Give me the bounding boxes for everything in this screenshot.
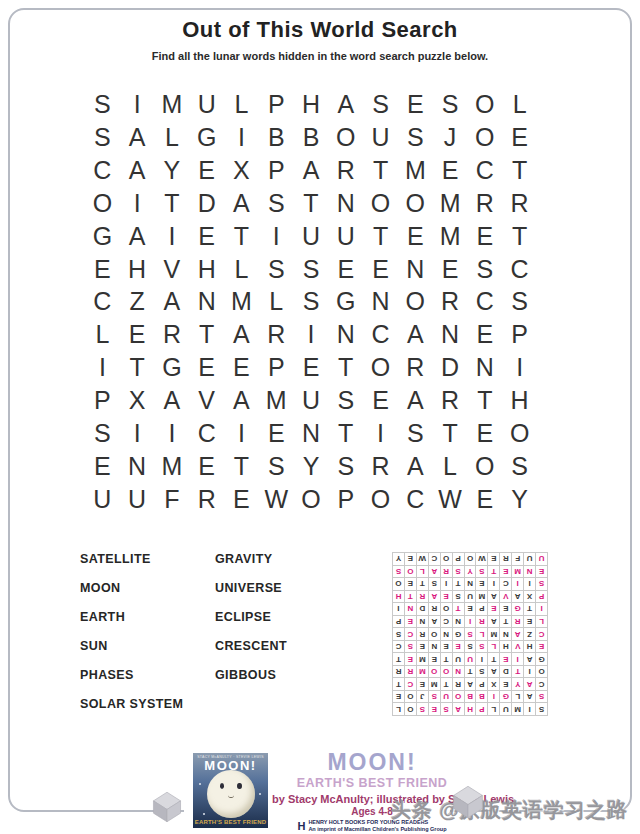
- grid-cell: S: [433, 88, 468, 121]
- grid-cell: E: [467, 220, 502, 253]
- grid-cell: T: [328, 417, 363, 450]
- grid-cell: E: [85, 450, 120, 483]
- answer-key-cell: B: [475, 690, 487, 703]
- answer-key-cell: T: [523, 602, 535, 615]
- answer-key-cell: P: [535, 590, 547, 603]
- grid-cell: E: [120, 318, 155, 351]
- word-item: MOON: [80, 581, 183, 610]
- answer-key-cell: N: [416, 615, 428, 628]
- answer-key-cell: I: [511, 652, 523, 665]
- grid-cell: E: [189, 351, 224, 384]
- answer-key-cell: C: [535, 677, 547, 690]
- word-item: ECLIPSE: [215, 610, 287, 639]
- grid-cell: T: [224, 450, 259, 483]
- grid-cell: A: [155, 286, 190, 319]
- grid-cell: E: [502, 121, 537, 154]
- answer-key-cell: I: [487, 690, 499, 703]
- grid-cell: T: [294, 187, 329, 220]
- answer-key-cell: N: [464, 577, 476, 590]
- answer-key-cell: L: [487, 640, 499, 653]
- answer-key-cell: O: [392, 577, 404, 590]
- answer-key-cell: S: [440, 702, 452, 715]
- grid-cell: E: [467, 318, 502, 351]
- answer-key-cell: U: [535, 552, 547, 565]
- answer-key-cell: C: [428, 552, 440, 565]
- grid-cell: I: [120, 417, 155, 450]
- answer-key-cell: S: [392, 627, 404, 640]
- grid-cell: I: [120, 88, 155, 121]
- grid-cell: S: [85, 88, 120, 121]
- answer-key-cell: L: [487, 702, 499, 715]
- answer-key-cell: Y: [392, 552, 404, 565]
- grid-cell: C: [467, 286, 502, 319]
- word-item: GRAVITY: [215, 552, 287, 581]
- answer-key-cell: O: [428, 627, 440, 640]
- grid-cell: A: [155, 384, 190, 417]
- answer-key-cell: I: [464, 615, 476, 628]
- answer-key-cell: L: [535, 615, 547, 628]
- grid-cell: L: [224, 88, 259, 121]
- answer-key-cell: R: [452, 677, 464, 690]
- answer-key-cell: L: [511, 690, 523, 703]
- answer-key-cell: E: [487, 602, 499, 615]
- answer-key-cell: A: [523, 690, 535, 703]
- answer-key-cell: A: [511, 590, 523, 603]
- grid-cell: H: [294, 88, 329, 121]
- grid-cell: P: [502, 318, 537, 351]
- grid-cell: I: [85, 351, 120, 384]
- book-title: MOON!: [272, 751, 472, 774]
- grid-cell: R: [467, 187, 502, 220]
- grid-cell: O: [467, 88, 502, 121]
- grid-cell: A: [120, 220, 155, 253]
- answer-key-cell: O: [404, 690, 416, 703]
- grid-cell: W: [259, 483, 294, 516]
- answer-key-cell: E: [440, 590, 452, 603]
- answer-key-cell: A: [452, 702, 464, 715]
- answer-key-cell: T: [404, 590, 416, 603]
- answer-key-cell: T: [452, 602, 464, 615]
- answer-key-cell: E: [464, 602, 476, 615]
- grid-cell: A: [120, 121, 155, 154]
- answer-key-cell: A: [487, 615, 499, 628]
- grid-cell: G: [189, 121, 224, 154]
- grid-cell: R: [155, 318, 190, 351]
- answer-key-cell: O: [440, 602, 452, 615]
- answer-key-cell: E: [440, 640, 452, 653]
- answer-key-cell: F: [511, 552, 523, 565]
- grid-cell: N: [189, 286, 224, 319]
- grid-cell: E: [259, 417, 294, 450]
- answer-key-cell: R: [511, 615, 523, 628]
- worksheet-page: Out of This World Search Find all the lu…: [0, 0, 640, 834]
- grid-cell: E: [85, 253, 120, 286]
- answer-key-cell: C: [535, 627, 547, 640]
- answer-key-cell: U: [440, 690, 452, 703]
- grid-cell: I: [224, 417, 259, 450]
- word-item: GIBBOUS: [215, 668, 287, 697]
- answer-key-cell: H: [464, 702, 476, 715]
- answer-key-cell: O: [440, 552, 452, 565]
- grid-cell: U: [363, 121, 398, 154]
- watermark: 头条 @原版英语学习之路: [391, 797, 628, 824]
- answer-key-cell: C: [499, 577, 511, 590]
- answer-key-cell: E: [428, 702, 440, 715]
- answer-key-cell: E: [499, 565, 511, 578]
- grid-cell: E: [363, 384, 398, 417]
- grid-cell: U: [120, 483, 155, 516]
- answer-key-cell: A: [523, 677, 535, 690]
- answer-key-cell: E: [499, 677, 511, 690]
- grid-cell: C: [467, 154, 502, 187]
- grid-cell: R: [433, 286, 468, 319]
- grid-cell: S: [363, 88, 398, 121]
- answer-key-cell: U: [464, 652, 476, 665]
- grid-cell: R: [363, 450, 398, 483]
- answer-key-cell: N: [452, 665, 464, 678]
- grid-cell: I: [155, 417, 190, 450]
- grid-cell: T: [120, 351, 155, 384]
- grid-cell: A: [398, 450, 433, 483]
- answer-key-cell: V: [499, 590, 511, 603]
- answer-key-cell: R: [428, 602, 440, 615]
- answer-key-cell: R: [392, 665, 404, 678]
- answer-key-cell: E: [499, 602, 511, 615]
- grid-cell: R: [398, 351, 433, 384]
- answer-key-cell: D: [416, 602, 428, 615]
- grid-cell: R: [189, 483, 224, 516]
- grid-cell: I: [363, 417, 398, 450]
- moon-illustration: [207, 770, 255, 818]
- answer-key-cell: Z: [523, 627, 535, 640]
- grid-cell: S: [85, 121, 120, 154]
- grid-cell: R: [502, 187, 537, 220]
- answer-key-cell: U: [499, 702, 511, 715]
- grid-cell: T: [502, 154, 537, 187]
- grid-cell: C: [85, 286, 120, 319]
- grid-cell: S: [398, 417, 433, 450]
- answer-key-cell: E: [535, 640, 547, 653]
- grid-cell: J: [433, 121, 468, 154]
- answer-key-cell: A: [428, 565, 440, 578]
- grid-cell: C: [398, 483, 433, 516]
- answer-key-cell: Y: [511, 677, 523, 690]
- grid-cell: A: [120, 154, 155, 187]
- cube-handle-icon: [152, 791, 182, 823]
- word-list-column-1: SATELLITEMOONEARTHSUNPHASESSOLAR SYSTEM: [80, 552, 183, 726]
- grid-cell: H: [189, 253, 224, 286]
- grid-cell: I: [259, 220, 294, 253]
- publisher-line-2: An imprint of Macmillan Children's Publi…: [308, 826, 446, 832]
- answer-key-cell: N: [428, 640, 440, 653]
- word-item: SUN: [80, 639, 183, 668]
- answer-key-cell: T: [499, 615, 511, 628]
- answer-key-cell: I: [523, 702, 535, 715]
- grid-cell: S: [328, 450, 363, 483]
- answer-key-cell: H: [392, 590, 404, 603]
- grid-cell: H: [120, 253, 155, 286]
- answer-key-cell: S: [535, 702, 547, 715]
- answer-key-cell: C: [440, 615, 452, 628]
- star-icon: [203, 813, 205, 815]
- answer-key-cell: U: [452, 652, 464, 665]
- answer-key-cell: A: [523, 652, 535, 665]
- grid-cell: T: [189, 318, 224, 351]
- grid-cell: M: [259, 384, 294, 417]
- grid-cell: F: [155, 483, 190, 516]
- answer-key-cell: G: [511, 602, 523, 615]
- publisher-logo: H: [297, 820, 305, 832]
- book-cover-subtitle: EARTH'S BEST FRIEND: [193, 819, 268, 825]
- grid-cell: T: [363, 154, 398, 187]
- word-list-column-2: GRAVITYUNIVERSEECLIPSECRESCENTGIBBOUS: [215, 552, 287, 697]
- star-icon: [259, 793, 261, 795]
- grid-cell: S: [259, 187, 294, 220]
- answer-key-cell: R: [440, 565, 452, 578]
- answer-key-cell: I: [440, 577, 452, 590]
- answer-key-cell: M: [416, 652, 428, 665]
- answer-key-cell: N: [440, 627, 452, 640]
- grid-cell: E: [294, 351, 329, 384]
- grid-cell: E: [433, 154, 468, 187]
- answer-key-cell: A: [487, 665, 499, 678]
- word-search-grid: SIMULPHASESOLSALGIBBOUSJOECAYEXPARTMECTO…: [85, 88, 537, 516]
- grid-cell: T: [433, 417, 468, 450]
- answer-key-cell: X: [523, 590, 535, 603]
- answer-key-cell: Y: [464, 565, 476, 578]
- answer-key-cell: R: [499, 552, 511, 565]
- grid-cell: L: [85, 318, 120, 351]
- grid-cell: A: [328, 88, 363, 121]
- grid-cell: U: [189, 88, 224, 121]
- grid-cell: O: [294, 483, 329, 516]
- grid-cell: P: [259, 351, 294, 384]
- answer-key-grid: SIMULPHASESOLSALGIBBOUSJOECAYEXPARTMECTO…: [392, 552, 548, 716]
- answer-key-cell: O: [428, 665, 440, 678]
- grid-cell: U: [85, 483, 120, 516]
- page-subtitle: Find all the lunar words hidden in the w…: [0, 50, 640, 62]
- answer-key-cell: O: [452, 690, 464, 703]
- answer-key-cell: E: [475, 577, 487, 590]
- grid-cell: N: [328, 318, 363, 351]
- grid-cell: M: [155, 450, 190, 483]
- grid-cell: M: [398, 154, 433, 187]
- grid-cell: Y: [502, 483, 537, 516]
- answer-key-cell: O: [404, 565, 416, 578]
- answer-key-cell: W: [475, 552, 487, 565]
- answer-key-cell: I: [475, 652, 487, 665]
- grid-cell: N: [294, 417, 329, 450]
- grid-cell: O: [328, 121, 363, 154]
- answer-key-cell: I: [535, 602, 547, 615]
- star-icon: [199, 783, 201, 785]
- answer-key-cell: A: [428, 615, 440, 628]
- grid-cell: T: [155, 187, 190, 220]
- answer-key-cell: N: [452, 615, 464, 628]
- grid-cell: M: [224, 286, 259, 319]
- answer-key-cell: S: [428, 690, 440, 703]
- grid-cell: A: [224, 384, 259, 417]
- answer-key-cell: E: [404, 577, 416, 590]
- answer-key-cell: P: [392, 615, 404, 628]
- answer-key-cell: R: [416, 590, 428, 603]
- grid-cell: L: [502, 88, 537, 121]
- answer-key-cell: E: [404, 615, 416, 628]
- word-item: SOLAR SYSTEM: [80, 697, 183, 726]
- answer-key-cell: L: [416, 565, 428, 578]
- answer-key-cell: C: [392, 640, 404, 653]
- grid-cell: A: [294, 154, 329, 187]
- grid-cell: M: [155, 88, 190, 121]
- grid-cell: I: [502, 351, 537, 384]
- grid-cell: E: [189, 450, 224, 483]
- word-item: PHASES: [80, 668, 183, 697]
- grid-cell: O: [398, 286, 433, 319]
- answer-key-cell: L: [475, 627, 487, 640]
- answer-key-cell: N: [523, 565, 535, 578]
- answer-key-cell: E: [535, 565, 547, 578]
- grid-cell: B: [259, 121, 294, 154]
- answer-key-cell: M: [416, 665, 428, 678]
- answer-key-cell: B: [464, 690, 476, 703]
- answer-key-cell: I: [523, 665, 535, 678]
- page-title: Out of This World Search: [0, 17, 640, 43]
- grid-cell: L: [155, 121, 190, 154]
- grid-cell: E: [398, 88, 433, 121]
- answer-key-cell: E: [523, 615, 535, 628]
- answer-key-cell: E: [416, 640, 428, 653]
- answer-key-cell: S: [535, 577, 547, 590]
- grid-cell: S: [259, 450, 294, 483]
- answer-key-cell: S: [475, 565, 487, 578]
- grid-cell: N: [120, 450, 155, 483]
- grid-cell: U: [328, 220, 363, 253]
- answer-key-cell: E: [499, 652, 511, 665]
- grid-cell: T: [467, 384, 502, 417]
- answer-key-cell: L: [392, 702, 404, 715]
- grid-cell: E: [189, 220, 224, 253]
- grid-cell: E: [224, 351, 259, 384]
- book-cover: STACY McANULTY · STEVIE LEWIS MOON! EART…: [193, 753, 268, 828]
- grid-cell: S: [502, 286, 537, 319]
- grid-cell: W: [433, 483, 468, 516]
- answer-key-cell: S: [452, 565, 464, 578]
- grid-cell: C: [502, 253, 537, 286]
- grid-cell: N: [328, 187, 363, 220]
- grid-cell: E: [467, 483, 502, 516]
- answer-key-cell: S: [428, 577, 440, 590]
- grid-cell: V: [155, 253, 190, 286]
- answer-key-cell: T: [392, 677, 404, 690]
- grid-cell: S: [294, 253, 329, 286]
- answer-key-cell: A: [487, 590, 499, 603]
- answer-key-cell: U: [523, 552, 535, 565]
- answer-key-cell: W: [416, 552, 428, 565]
- answer-key-cell: S: [404, 640, 416, 653]
- grid-cell: O: [363, 483, 398, 516]
- answer-key-cell: D: [499, 665, 511, 678]
- grid-cell: C: [363, 318, 398, 351]
- grid-cell: O: [398, 187, 433, 220]
- grid-cell: T: [328, 351, 363, 384]
- grid-cell: O: [363, 187, 398, 220]
- answer-key: SIMULPHASESOLSALGIBBOUSJOECAYEXPARTMECTO…: [392, 552, 548, 716]
- moon-eye-icon: [220, 783, 225, 789]
- answer-key-cell: M: [511, 565, 523, 578]
- moon-smile-icon: [228, 794, 234, 798]
- answer-key-cell: E: [404, 552, 416, 565]
- answer-key-cell: H: [499, 640, 511, 653]
- grid-cell: P: [328, 483, 363, 516]
- grid-cell: A: [398, 384, 433, 417]
- answer-key-cell: N: [404, 602, 416, 615]
- grid-cell: M: [433, 220, 468, 253]
- grid-cell: I: [155, 220, 190, 253]
- answer-key-cell: S: [452, 590, 464, 603]
- grid-cell: N: [398, 253, 433, 286]
- answer-key-cell: P: [475, 702, 487, 715]
- answer-key-cell: T: [487, 565, 499, 578]
- answer-key-cell: I: [392, 602, 404, 615]
- grid-cell: O: [85, 187, 120, 220]
- grid-cell: E: [189, 154, 224, 187]
- answer-key-cell: S: [464, 640, 476, 653]
- answer-key-cell: S: [535, 690, 547, 703]
- answer-key-cell: E: [416, 677, 428, 690]
- answer-key-cell: X: [487, 677, 499, 690]
- grid-cell: D: [433, 351, 468, 384]
- answer-key-cell: S: [464, 627, 476, 640]
- answer-key-cell: S: [475, 640, 487, 653]
- answer-key-cell: I: [523, 577, 535, 590]
- grid-cell: T: [224, 220, 259, 253]
- word-item: EARTH: [80, 610, 183, 639]
- answer-key-cell: M: [428, 677, 440, 690]
- answer-key-cell: R: [404, 665, 416, 678]
- answer-key-cell: G: [535, 652, 547, 665]
- answer-key-cell: O: [440, 665, 452, 678]
- grid-cell: Y: [294, 450, 329, 483]
- answer-key-cell: M: [511, 702, 523, 715]
- answer-key-cell: A: [428, 590, 440, 603]
- grid-cell: L: [259, 286, 294, 319]
- grid-cell: S: [294, 286, 329, 319]
- answer-key-cell: V: [511, 640, 523, 653]
- answer-key-cell: T: [511, 665, 523, 678]
- answer-key-cell: M: [475, 590, 487, 603]
- answer-key-cell: T: [464, 665, 476, 678]
- answer-key-cell: I: [487, 577, 499, 590]
- grid-cell: S: [502, 450, 537, 483]
- grid-cell: C: [85, 154, 120, 187]
- grid-cell: X: [120, 384, 155, 417]
- answer-key-cell: C: [404, 627, 416, 640]
- word-item: CRESCENT: [215, 639, 287, 668]
- answer-key-cell: G: [452, 627, 464, 640]
- answer-key-cell: C: [404, 677, 416, 690]
- answer-key-cell: H: [523, 640, 535, 653]
- grid-cell: D: [189, 187, 224, 220]
- grid-cell: C: [189, 417, 224, 450]
- grid-cell: R: [259, 318, 294, 351]
- answer-key-cell: T: [416, 577, 428, 590]
- answer-key-cell: M: [487, 627, 499, 640]
- answer-key-cell: O: [404, 702, 416, 715]
- answer-key-cell: E: [428, 652, 440, 665]
- grid-cell: O: [467, 450, 502, 483]
- answer-key-cell: P: [452, 552, 464, 565]
- answer-key-cell: R: [475, 615, 487, 628]
